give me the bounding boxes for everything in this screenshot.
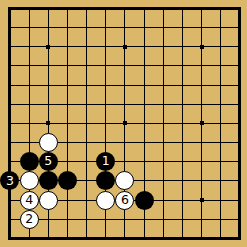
point-J13[interactable] xyxy=(154,0,173,18)
point-M13[interactable] xyxy=(211,0,230,18)
grid-line-v xyxy=(29,56,30,75)
stone-black-F4 xyxy=(96,171,115,190)
point-H5[interactable] xyxy=(134,152,153,171)
grid-line-v xyxy=(182,210,183,229)
point-L4[interactable] xyxy=(192,171,211,190)
point-D7[interactable] xyxy=(58,114,77,133)
grid-line-v xyxy=(86,37,87,56)
point-G8[interactable] xyxy=(115,95,134,114)
point-L7[interactable] xyxy=(192,114,211,133)
point-B4[interactable] xyxy=(20,171,39,190)
point-N4[interactable] xyxy=(230,171,247,190)
grid-line-v xyxy=(238,133,241,152)
grid-line-v xyxy=(182,171,183,190)
grid-line-v xyxy=(182,229,183,240)
grid-line-v xyxy=(48,18,49,37)
point-L8[interactable] xyxy=(192,95,211,114)
grid-line-v xyxy=(8,190,11,209)
point-N3[interactable] xyxy=(230,190,247,209)
point-B5[interactable] xyxy=(20,152,39,171)
grid-line-v xyxy=(8,37,11,56)
point-D1[interactable] xyxy=(58,229,77,247)
point-K7[interactable] xyxy=(173,114,192,133)
point-N8[interactable] xyxy=(230,95,247,114)
grid-line-v xyxy=(144,56,145,75)
point-L11[interactable] xyxy=(192,37,211,56)
grid-line-v xyxy=(201,114,202,133)
point-L9[interactable] xyxy=(192,76,211,95)
point-J8[interactable] xyxy=(154,95,173,114)
point-H12[interactable] xyxy=(134,18,153,37)
point-L2[interactable] xyxy=(192,210,211,229)
point-J3[interactable] xyxy=(154,190,173,209)
point-B1[interactable] xyxy=(20,229,39,247)
point-K5[interactable] xyxy=(173,152,192,171)
grid-line-v xyxy=(163,114,164,133)
grid-line-v xyxy=(86,7,87,18)
stone-white-B4 xyxy=(20,171,39,190)
point-N5[interactable] xyxy=(230,152,247,171)
point-D5[interactable] xyxy=(58,152,77,171)
point-J7[interactable] xyxy=(154,114,173,133)
point-M6[interactable] xyxy=(211,133,230,152)
point-B7[interactable] xyxy=(20,114,39,133)
point-F1[interactable] xyxy=(96,229,115,247)
point-E1[interactable] xyxy=(77,229,96,247)
point-M11[interactable] xyxy=(211,37,230,56)
point-B3[interactable]: 4 xyxy=(20,190,39,209)
point-A8[interactable] xyxy=(0,95,19,114)
point-L13[interactable] xyxy=(192,0,211,18)
point-H9[interactable] xyxy=(134,76,153,95)
grid-line-v xyxy=(163,210,164,229)
point-K10[interactable] xyxy=(173,56,192,75)
point-K11[interactable] xyxy=(173,37,192,56)
stone-white-G4 xyxy=(115,171,134,190)
point-G11[interactable] xyxy=(115,37,134,56)
point-B11[interactable] xyxy=(20,37,39,56)
point-B10[interactable] xyxy=(20,56,39,75)
grid-line-v xyxy=(238,190,241,209)
point-A3[interactable] xyxy=(0,190,19,209)
grid-line-v xyxy=(124,18,125,37)
stone-black-F5: 1 xyxy=(96,152,115,171)
grid-line-v xyxy=(163,171,164,190)
point-E2[interactable] xyxy=(77,210,96,229)
point-D6[interactable] xyxy=(58,133,77,152)
grid-line-v xyxy=(67,152,68,171)
point-D13[interactable] xyxy=(58,0,77,18)
grid-line-v xyxy=(29,133,30,152)
grid-line-v xyxy=(163,229,164,240)
point-J12[interactable] xyxy=(154,18,173,37)
point-A12[interactable] xyxy=(0,18,19,37)
grid-line-v xyxy=(8,76,11,95)
point-E11[interactable] xyxy=(77,37,96,56)
grid-line-v xyxy=(144,76,145,95)
stone-black-A4: 3 xyxy=(0,171,19,190)
grid-line-v xyxy=(86,190,87,209)
point-H13[interactable] xyxy=(134,0,153,18)
point-G10[interactable] xyxy=(115,56,134,75)
grid-line-v xyxy=(144,152,145,171)
point-N11[interactable] xyxy=(230,37,247,56)
point-G13[interactable] xyxy=(115,0,134,18)
point-G7[interactable] xyxy=(115,114,134,133)
point-H2[interactable] xyxy=(134,210,153,229)
grid-line-v xyxy=(201,152,202,171)
grid-line-v xyxy=(220,18,221,37)
point-C13[interactable] xyxy=(39,0,58,18)
point-A6[interactable] xyxy=(0,133,19,152)
grid-line-v xyxy=(163,56,164,75)
stone-black-D4 xyxy=(58,171,77,190)
move-number-label: 3 xyxy=(6,175,14,188)
point-M5[interactable] xyxy=(211,152,230,171)
point-K3[interactable] xyxy=(173,190,192,209)
point-G1[interactable] xyxy=(115,229,134,247)
point-K6[interactable] xyxy=(173,133,192,152)
grid-line-v xyxy=(163,76,164,95)
point-C6[interactable] xyxy=(39,133,58,152)
point-N7[interactable] xyxy=(230,114,247,133)
grid-line-v xyxy=(220,37,221,56)
point-B13[interactable] xyxy=(20,0,39,18)
point-C2[interactable] xyxy=(39,210,58,229)
grid-line-v xyxy=(201,56,202,75)
grid-line-v xyxy=(86,229,87,240)
point-K1[interactable] xyxy=(173,229,192,247)
grid-line-v xyxy=(144,18,145,37)
point-F11[interactable] xyxy=(96,37,115,56)
point-C10[interactable] xyxy=(39,56,58,75)
point-H6[interactable] xyxy=(134,133,153,152)
stone-white-F3 xyxy=(96,191,115,210)
point-H7[interactable] xyxy=(134,114,153,133)
point-L6[interactable] xyxy=(192,133,211,152)
grid-line-v xyxy=(8,133,11,152)
point-E5[interactable] xyxy=(77,152,96,171)
point-J4[interactable] xyxy=(154,171,173,190)
grid-line-v xyxy=(201,95,202,114)
grid-line-v xyxy=(124,210,125,229)
grid-line-v xyxy=(182,152,183,171)
grid-line-v xyxy=(220,114,221,133)
stone-black-C4 xyxy=(39,171,58,190)
stone-black-C5: 5 xyxy=(39,152,58,171)
grid-line-v xyxy=(48,7,49,18)
point-L10[interactable] xyxy=(192,56,211,75)
point-D12[interactable] xyxy=(58,18,77,37)
point-J1[interactable] xyxy=(154,229,173,247)
point-C5[interactable]: 5 xyxy=(39,152,58,171)
point-D10[interactable] xyxy=(58,56,77,75)
grid-line-v xyxy=(201,133,202,152)
point-B8[interactable] xyxy=(20,95,39,114)
grid-line-v xyxy=(48,114,49,133)
point-C7[interactable] xyxy=(39,114,58,133)
grid-line-v xyxy=(238,171,241,190)
point-N13[interactable] xyxy=(230,0,247,18)
grid-line-v xyxy=(124,76,125,95)
grid-line-v xyxy=(86,133,87,152)
grid-line-v xyxy=(163,95,164,114)
move-number-label: 5 xyxy=(44,155,52,168)
grid-line-v xyxy=(220,229,221,240)
grid-line-v xyxy=(182,76,183,95)
point-A7[interactable] xyxy=(0,114,19,133)
point-G4[interactable] xyxy=(115,171,134,190)
point-D2[interactable] xyxy=(58,210,77,229)
grid-line-v xyxy=(163,37,164,56)
point-C3[interactable] xyxy=(39,190,58,209)
grid-line-v xyxy=(220,133,221,152)
grid-line-v xyxy=(238,229,241,240)
point-C11[interactable] xyxy=(39,37,58,56)
point-F13[interactable] xyxy=(96,0,115,18)
point-E8[interactable] xyxy=(77,95,96,114)
point-M4[interactable] xyxy=(211,171,230,190)
point-J11[interactable] xyxy=(154,37,173,56)
point-K4[interactable] xyxy=(173,171,192,190)
point-A2[interactable] xyxy=(0,210,19,229)
grid-line-v xyxy=(105,76,106,95)
grid-line-v xyxy=(163,190,164,209)
point-G6[interactable] xyxy=(115,133,134,152)
grid-line-v xyxy=(86,210,87,229)
grid-line-v xyxy=(105,229,106,240)
grid-line-v xyxy=(182,95,183,114)
grid-line-v xyxy=(105,114,106,133)
grid-line-v xyxy=(48,229,49,240)
grid-line-v xyxy=(67,190,68,209)
stone-black-H3 xyxy=(135,191,154,210)
grid-line-v xyxy=(163,7,164,18)
point-J10[interactable] xyxy=(154,56,173,75)
grid-line-v xyxy=(67,76,68,95)
grid-line-v xyxy=(86,152,87,171)
point-C8[interactable] xyxy=(39,95,58,114)
point-E9[interactable] xyxy=(77,76,96,95)
point-A4[interactable]: 3 xyxy=(0,171,19,190)
grid-line-v xyxy=(201,171,202,190)
grid-line-v xyxy=(124,152,125,171)
point-N12[interactable] xyxy=(230,18,247,37)
grid-line-v xyxy=(182,114,183,133)
point-D9[interactable] xyxy=(58,76,77,95)
point-F4[interactable] xyxy=(96,171,115,190)
grid-line-v xyxy=(86,95,87,114)
grid-line-v xyxy=(105,18,106,37)
point-H10[interactable] xyxy=(134,56,153,75)
point-D4[interactable] xyxy=(58,171,77,190)
point-E7[interactable] xyxy=(77,114,96,133)
grid-line-v xyxy=(220,95,221,114)
grid-line-v xyxy=(86,171,87,190)
point-K12[interactable] xyxy=(173,18,192,37)
point-E3[interactable] xyxy=(77,190,96,209)
grid-line-v xyxy=(67,18,68,37)
point-M10[interactable] xyxy=(211,56,230,75)
point-A9[interactable] xyxy=(0,76,19,95)
point-E12[interactable] xyxy=(77,18,96,37)
move-number-label: 2 xyxy=(25,213,33,226)
stone-white-G3: 6 xyxy=(115,191,134,210)
point-G12[interactable] xyxy=(115,18,134,37)
point-E4[interactable] xyxy=(77,171,96,190)
point-N9[interactable] xyxy=(230,76,247,95)
point-L3[interactable] xyxy=(192,190,211,209)
grid-line-v xyxy=(67,7,68,18)
point-M8[interactable] xyxy=(211,95,230,114)
point-N1[interactable] xyxy=(230,229,247,247)
point-A5[interactable] xyxy=(0,152,19,171)
point-C4[interactable] xyxy=(39,171,58,190)
point-H3[interactable] xyxy=(134,190,153,209)
grid-line-v xyxy=(124,95,125,114)
grid-line-v xyxy=(8,114,11,133)
grid-line-v xyxy=(8,18,11,37)
point-N6[interactable] xyxy=(230,133,247,152)
grid-line-v xyxy=(238,76,241,95)
stone-white-C3 xyxy=(39,191,58,210)
point-J6[interactable] xyxy=(154,133,173,152)
point-D8[interactable] xyxy=(58,95,77,114)
grid-line-v xyxy=(8,56,11,75)
grid-line-v xyxy=(220,210,221,229)
point-A13[interactable] xyxy=(0,0,19,18)
point-J9[interactable] xyxy=(154,76,173,95)
point-K2[interactable] xyxy=(173,210,192,229)
point-F9[interactable] xyxy=(96,76,115,95)
grid-line-v xyxy=(220,76,221,95)
point-B2[interactable]: 2 xyxy=(20,210,39,229)
grid-line-v xyxy=(29,18,30,37)
point-F12[interactable] xyxy=(96,18,115,37)
grid-line-v xyxy=(86,56,87,75)
point-G5[interactable] xyxy=(115,152,134,171)
point-E6[interactable] xyxy=(77,133,96,152)
grid-line-v xyxy=(86,114,87,133)
grid-line-h xyxy=(39,46,58,47)
move-number-label: 1 xyxy=(102,155,110,168)
point-C12[interactable] xyxy=(39,18,58,37)
grid-line-v xyxy=(238,95,241,114)
grid-line-v xyxy=(238,152,241,171)
point-A1[interactable] xyxy=(0,229,19,247)
point-H1[interactable] xyxy=(134,229,153,247)
grid-line-v xyxy=(182,18,183,37)
point-G3[interactable]: 6 xyxy=(115,190,134,209)
grid-line-v xyxy=(8,229,11,240)
point-E13[interactable] xyxy=(77,0,96,18)
point-A10[interactable] xyxy=(0,56,19,75)
grid-line-v xyxy=(48,37,49,56)
grid-line-v xyxy=(238,114,241,133)
grid-line-v xyxy=(8,7,11,18)
grid-line-v xyxy=(144,229,145,240)
point-F7[interactable] xyxy=(96,114,115,133)
grid-line-v xyxy=(48,56,49,75)
grid-line-v xyxy=(163,18,164,37)
grid-line-v xyxy=(29,37,30,56)
point-J5[interactable] xyxy=(154,152,173,171)
grid-line-v xyxy=(220,171,221,190)
grid-line-h xyxy=(115,46,134,47)
point-E10[interactable] xyxy=(77,56,96,75)
point-D11[interactable] xyxy=(58,37,77,56)
point-B12[interactable] xyxy=(20,18,39,37)
stone-white-B3: 4 xyxy=(20,191,39,210)
grid-line-v xyxy=(67,114,68,133)
point-M12[interactable] xyxy=(211,18,230,37)
point-J2[interactable] xyxy=(154,210,173,229)
grid-line-h xyxy=(39,123,58,124)
grid-line-v xyxy=(182,56,183,75)
grid-line-v xyxy=(220,152,221,171)
point-L5[interactable] xyxy=(192,152,211,171)
point-H11[interactable] xyxy=(134,37,153,56)
point-F8[interactable] xyxy=(96,95,115,114)
point-K8[interactable] xyxy=(173,95,192,114)
point-F2[interactable] xyxy=(96,210,115,229)
grid-line-v xyxy=(182,37,183,56)
grid-line-v xyxy=(238,37,241,56)
point-L12[interactable] xyxy=(192,18,211,37)
point-C9[interactable] xyxy=(39,76,58,95)
grid-line-v xyxy=(144,114,145,133)
grid-line-v xyxy=(124,229,125,240)
point-G9[interactable] xyxy=(115,76,134,95)
point-M7[interactable] xyxy=(211,114,230,133)
grid-line-v xyxy=(29,229,30,240)
point-F5[interactable]: 1 xyxy=(96,152,115,171)
point-N10[interactable] xyxy=(230,56,247,75)
go-board: 513462 xyxy=(0,0,247,247)
point-K13[interactable] xyxy=(173,0,192,18)
point-M9[interactable] xyxy=(211,76,230,95)
grid-line-h xyxy=(192,123,211,124)
point-K9[interactable] xyxy=(173,76,192,95)
stone-black-B5 xyxy=(20,152,39,171)
point-G2[interactable] xyxy=(115,210,134,229)
point-B9[interactable] xyxy=(20,76,39,95)
grid-line-v xyxy=(86,18,87,37)
grid-line-v xyxy=(124,7,125,18)
point-H4[interactable] xyxy=(134,171,153,190)
point-H8[interactable] xyxy=(134,95,153,114)
point-A11[interactable] xyxy=(0,37,19,56)
point-M3[interactable] xyxy=(211,190,230,209)
grid-line-v xyxy=(163,133,164,152)
point-F3[interactable] xyxy=(96,190,115,209)
point-L1[interactable] xyxy=(192,229,211,247)
point-M2[interactable] xyxy=(211,210,230,229)
grid-line-v xyxy=(144,7,145,18)
point-F10[interactable] xyxy=(96,56,115,75)
grid-line-v xyxy=(124,37,125,56)
grid-line-v xyxy=(238,7,241,18)
point-C1[interactable] xyxy=(39,229,58,247)
point-D3[interactable] xyxy=(58,190,77,209)
point-N2[interactable] xyxy=(230,210,247,229)
point-F6[interactable] xyxy=(96,133,115,152)
point-B6[interactable] xyxy=(20,133,39,152)
grid-line-v xyxy=(8,210,11,229)
point-M1[interactable] xyxy=(211,229,230,247)
grid-line-v xyxy=(220,7,221,18)
grid-line-v xyxy=(124,114,125,133)
